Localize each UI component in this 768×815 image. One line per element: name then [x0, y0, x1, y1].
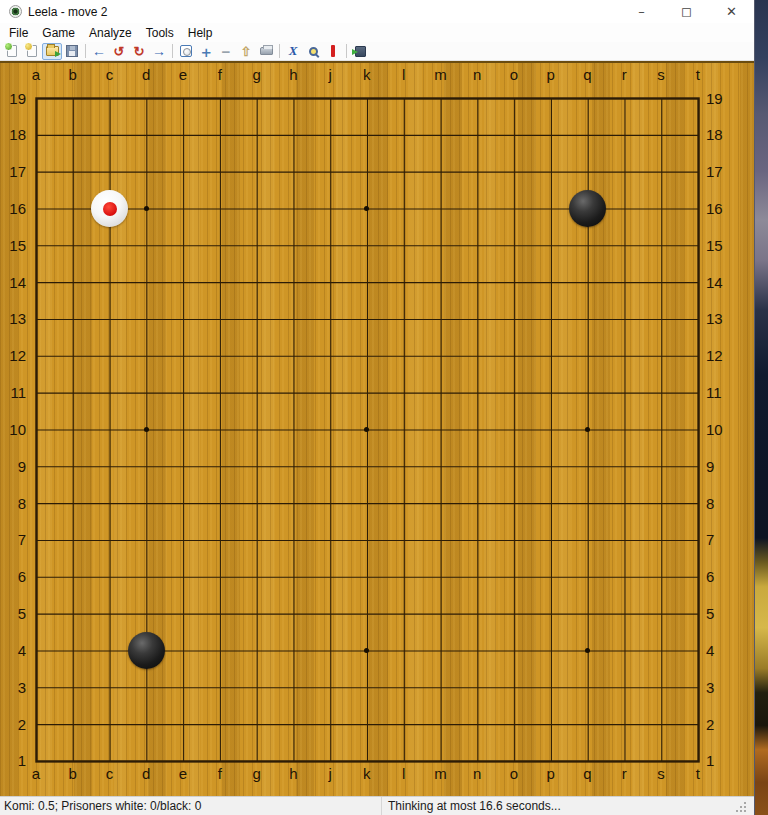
board-point-k7[interactable] [348, 522, 385, 559]
board-point-g2[interactable] [238, 706, 275, 743]
board-point-d18[interactable] [128, 116, 165, 153]
redo-move-button[interactable]: ↻ [129, 43, 149, 60]
board-point-e5[interactable] [165, 595, 202, 632]
board-point-j13[interactable] [312, 301, 349, 338]
board-point-s12[interactable] [643, 337, 680, 374]
board-point-m17[interactable] [422, 153, 459, 190]
board-point-g3[interactable] [238, 669, 275, 706]
board-point-e10[interactable] [165, 411, 202, 448]
board-point-j2[interactable] [312, 706, 349, 743]
board-point-a4[interactable] [18, 632, 55, 669]
board-point-a14[interactable] [18, 264, 55, 301]
board-point-r10[interactable] [606, 411, 643, 448]
board-point-l3[interactable] [385, 669, 422, 706]
board-point-e6[interactable] [165, 558, 202, 595]
board-point-h2[interactable] [275, 706, 312, 743]
board-point-r7[interactable] [606, 522, 643, 559]
board-point-k8[interactable] [348, 485, 385, 522]
board-point-f15[interactable] [201, 227, 238, 264]
board-point-n11[interactable] [459, 374, 496, 411]
board-point-g10[interactable] [238, 411, 275, 448]
board-point-a19[interactable] [18, 80, 55, 117]
board-point-e14[interactable] [165, 264, 202, 301]
board-point-k13[interactable] [348, 301, 385, 338]
board-point-e16[interactable] [165, 190, 202, 227]
board-point-f11[interactable] [201, 374, 238, 411]
board-point-p15[interactable] [532, 227, 569, 264]
board-point-o3[interactable] [496, 669, 533, 706]
board-point-f2[interactable] [201, 706, 238, 743]
board-point-s14[interactable] [643, 264, 680, 301]
analyze-button[interactable]: X [283, 43, 303, 60]
board-point-a3[interactable] [18, 669, 55, 706]
board-point-g7[interactable] [238, 522, 275, 559]
board-point-s17[interactable] [643, 153, 680, 190]
board-point-g17[interactable] [238, 153, 275, 190]
board-point-o17[interactable] [496, 153, 533, 190]
board-point-s19[interactable] [643, 80, 680, 117]
board-point-c1[interactable] [91, 743, 128, 780]
board-point-s15[interactable] [643, 227, 680, 264]
board-point-b11[interactable] [54, 374, 91, 411]
board-point-d17[interactable] [128, 153, 165, 190]
board-point-c8[interactable] [91, 485, 128, 522]
board-point-q17[interactable] [569, 153, 606, 190]
board-point-n2[interactable] [459, 706, 496, 743]
board-point-n12[interactable] [459, 337, 496, 374]
board-point-s16[interactable] [643, 190, 680, 227]
board-point-j3[interactable] [312, 669, 349, 706]
board-point-f1[interactable] [201, 743, 238, 780]
board-point-m19[interactable] [422, 80, 459, 117]
board-point-c15[interactable] [91, 227, 128, 264]
board-point-l12[interactable] [385, 337, 422, 374]
board-point-j5[interactable] [312, 595, 349, 632]
board-point-e17[interactable] [165, 153, 202, 190]
board-point-k3[interactable] [348, 669, 385, 706]
board-point-a1[interactable] [18, 743, 55, 780]
board-point-k12[interactable] [348, 337, 385, 374]
board-point-h9[interactable] [275, 448, 312, 485]
board-point-b13[interactable] [54, 301, 91, 338]
board-point-l9[interactable] [385, 448, 422, 485]
board-point-k4[interactable] [348, 632, 385, 669]
board-point-c16[interactable] [91, 190, 128, 227]
board-point-t18[interactable] [679, 116, 716, 153]
board-point-t4[interactable] [679, 632, 716, 669]
board-point-h8[interactable] [275, 485, 312, 522]
board-point-m14[interactable] [422, 264, 459, 301]
board-point-b1[interactable] [54, 743, 91, 780]
board-point-c10[interactable] [91, 411, 128, 448]
place-stone-button[interactable] [176, 43, 196, 60]
board-point-t3[interactable] [679, 669, 716, 706]
board-point-m15[interactable] [422, 227, 459, 264]
board-point-g18[interactable] [238, 116, 275, 153]
board-point-n10[interactable] [459, 411, 496, 448]
board-point-h19[interactable] [275, 80, 312, 117]
undo-move-button[interactable]: ↺ [109, 43, 129, 60]
resize-grip[interactable] [734, 800, 746, 812]
board-point-t14[interactable] [679, 264, 716, 301]
board-point-e15[interactable] [165, 227, 202, 264]
board-point-t15[interactable] [679, 227, 716, 264]
board-point-d7[interactable] [128, 522, 165, 559]
board-point-l14[interactable] [385, 264, 422, 301]
board-point-m8[interactable] [422, 485, 459, 522]
board-point-t1[interactable] [679, 743, 716, 780]
resign-button[interactable] [323, 43, 343, 60]
board-point-d3[interactable] [128, 669, 165, 706]
board-point-g14[interactable] [238, 264, 275, 301]
board-point-b12[interactable] [54, 337, 91, 374]
board-point-p12[interactable] [532, 337, 569, 374]
board-point-n1[interactable] [459, 743, 496, 780]
board-point-l5[interactable] [385, 595, 422, 632]
board-point-d1[interactable] [128, 743, 165, 780]
board-point-p4[interactable] [532, 632, 569, 669]
board-point-l1[interactable] [385, 743, 422, 780]
board-point-l4[interactable] [385, 632, 422, 669]
board-point-h3[interactable] [275, 669, 312, 706]
board-point-k14[interactable] [348, 264, 385, 301]
board-point-t5[interactable] [679, 595, 716, 632]
close-button[interactable]: ✕ [709, 0, 754, 23]
board-point-a10[interactable] [18, 411, 55, 448]
board-point-o5[interactable] [496, 595, 533, 632]
board-point-j17[interactable] [312, 153, 349, 190]
board-point-d9[interactable] [128, 448, 165, 485]
board-point-f13[interactable] [201, 301, 238, 338]
board-point-e3[interactable] [165, 669, 202, 706]
board-point-q13[interactable] [569, 301, 606, 338]
board-point-p3[interactable] [532, 669, 569, 706]
board-point-p13[interactable] [532, 301, 569, 338]
board-point-e19[interactable] [165, 80, 202, 117]
board-point-n17[interactable] [459, 153, 496, 190]
board-point-h16[interactable] [275, 190, 312, 227]
board-point-n13[interactable] [459, 301, 496, 338]
board-point-q18[interactable] [569, 116, 606, 153]
board-point-l2[interactable] [385, 706, 422, 743]
board-point-l17[interactable] [385, 153, 422, 190]
board-point-c7[interactable] [91, 522, 128, 559]
board-point-n8[interactable] [459, 485, 496, 522]
board-point-m3[interactable] [422, 669, 459, 706]
board-point-s10[interactable] [643, 411, 680, 448]
board-point-p2[interactable] [532, 706, 569, 743]
board-point-j9[interactable] [312, 448, 349, 485]
board-point-o19[interactable] [496, 80, 533, 117]
board-point-q2[interactable] [569, 706, 606, 743]
board-point-f4[interactable] [201, 632, 238, 669]
board-point-d12[interactable] [128, 337, 165, 374]
board-point-t7[interactable] [679, 522, 716, 559]
board-point-o2[interactable] [496, 706, 533, 743]
board-point-j12[interactable] [312, 337, 349, 374]
board-point-o15[interactable] [496, 227, 533, 264]
board-point-f9[interactable] [201, 448, 238, 485]
new-game-button[interactable] [2, 43, 22, 60]
board-point-e13[interactable] [165, 301, 202, 338]
board-point-g13[interactable] [238, 301, 275, 338]
board-point-f17[interactable] [201, 153, 238, 190]
board-point-e9[interactable] [165, 448, 202, 485]
board-point-j16[interactable] [312, 190, 349, 227]
board-point-l16[interactable] [385, 190, 422, 227]
board-point-h18[interactable] [275, 116, 312, 153]
menu-help[interactable]: Help [181, 24, 220, 42]
board-point-n3[interactable] [459, 669, 496, 706]
board-point-m9[interactable] [422, 448, 459, 485]
board-point-r5[interactable] [606, 595, 643, 632]
board-point-g1[interactable] [238, 743, 275, 780]
board-point-d13[interactable] [128, 301, 165, 338]
zoom-in-button[interactable]: ＋ [196, 43, 216, 60]
go-to-end-button[interactable]: → [149, 43, 169, 60]
board-point-a15[interactable] [18, 227, 55, 264]
board-point-c18[interactable] [91, 116, 128, 153]
menu-file[interactable]: File [2, 24, 35, 42]
board-point-q16[interactable] [569, 190, 606, 227]
board-point-g12[interactable] [238, 337, 275, 374]
board-point-j19[interactable] [312, 80, 349, 117]
board-point-r11[interactable] [606, 374, 643, 411]
board-point-e7[interactable] [165, 522, 202, 559]
board-point-t11[interactable] [679, 374, 716, 411]
board-point-d16[interactable] [128, 190, 165, 227]
board-point-h17[interactable] [275, 153, 312, 190]
board-point-h11[interactable] [275, 374, 312, 411]
board-point-b8[interactable] [54, 485, 91, 522]
board-point-k9[interactable] [348, 448, 385, 485]
board-point-g8[interactable] [238, 485, 275, 522]
board-point-q4[interactable] [569, 632, 606, 669]
score-button[interactable] [256, 43, 276, 60]
board-point-c5[interactable] [91, 595, 128, 632]
board-point-g16[interactable] [238, 190, 275, 227]
board-point-e1[interactable] [165, 743, 202, 780]
board-point-h6[interactable] [275, 558, 312, 595]
board-point-r8[interactable] [606, 485, 643, 522]
board-point-j18[interactable] [312, 116, 349, 153]
board-point-f19[interactable] [201, 80, 238, 117]
board-point-t13[interactable] [679, 301, 716, 338]
board-point-f8[interactable] [201, 485, 238, 522]
board-point-c3[interactable] [91, 669, 128, 706]
board-point-d19[interactable] [128, 80, 165, 117]
board-point-h1[interactable] [275, 743, 312, 780]
board-point-l18[interactable] [385, 116, 422, 153]
board-point-r13[interactable] [606, 301, 643, 338]
board-point-d8[interactable] [128, 485, 165, 522]
open-game-button[interactable] [42, 43, 62, 60]
board-point-p18[interactable] [532, 116, 569, 153]
board-point-t8[interactable] [679, 485, 716, 522]
board-point-q14[interactable] [569, 264, 606, 301]
board-point-k19[interactable] [348, 80, 385, 117]
engine-exit-button[interactable] [350, 43, 370, 60]
board-point-b6[interactable] [54, 558, 91, 595]
board-point-f10[interactable] [201, 411, 238, 448]
board-point-e11[interactable] [165, 374, 202, 411]
board-point-c19[interactable] [91, 80, 128, 117]
board-point-t17[interactable] [679, 153, 716, 190]
board-point-j8[interactable] [312, 485, 349, 522]
board-point-m1[interactable] [422, 743, 459, 780]
board-point-m7[interactable] [422, 522, 459, 559]
board-point-q6[interactable] [569, 558, 606, 595]
board-point-o7[interactable] [496, 522, 533, 559]
board-point-n6[interactable] [459, 558, 496, 595]
board-point-n9[interactable] [459, 448, 496, 485]
board-point-o4[interactable] [496, 632, 533, 669]
board-point-s18[interactable] [643, 116, 680, 153]
menu-game[interactable]: Game [35, 24, 82, 42]
board-point-k18[interactable] [348, 116, 385, 153]
board-point-c6[interactable] [91, 558, 128, 595]
board-point-c14[interactable] [91, 264, 128, 301]
board-point-a2[interactable] [18, 706, 55, 743]
board-point-q12[interactable] [569, 337, 606, 374]
board-point-m18[interactable] [422, 116, 459, 153]
board-point-a12[interactable] [18, 337, 55, 374]
board-point-g11[interactable] [238, 374, 275, 411]
board-point-a11[interactable] [18, 374, 55, 411]
board-point-q7[interactable] [569, 522, 606, 559]
board-point-q11[interactable] [569, 374, 606, 411]
board-point-m16[interactable] [422, 190, 459, 227]
board-point-s4[interactable] [643, 632, 680, 669]
board-point-m4[interactable] [422, 632, 459, 669]
board-point-a9[interactable] [18, 448, 55, 485]
board-point-f14[interactable] [201, 264, 238, 301]
board-point-k6[interactable] [348, 558, 385, 595]
board-point-h12[interactable] [275, 337, 312, 374]
board-point-k16[interactable] [348, 190, 385, 227]
board-point-c4[interactable] [91, 632, 128, 669]
board-point-d2[interactable] [128, 706, 165, 743]
board-point-p17[interactable] [532, 153, 569, 190]
board-point-m2[interactable] [422, 706, 459, 743]
board-point-m12[interactable] [422, 337, 459, 374]
board-point-a6[interactable] [18, 558, 55, 595]
board-point-a13[interactable] [18, 301, 55, 338]
board-point-g19[interactable] [238, 80, 275, 117]
board-point-q3[interactable] [569, 669, 606, 706]
board-point-k17[interactable] [348, 153, 385, 190]
board-point-q10[interactable] [569, 411, 606, 448]
board-point-b15[interactable] [54, 227, 91, 264]
board-point-k11[interactable] [348, 374, 385, 411]
board-point-m10[interactable] [422, 411, 459, 448]
board-point-c13[interactable] [91, 301, 128, 338]
board-point-b19[interactable] [54, 80, 91, 117]
board-point-l13[interactable] [385, 301, 422, 338]
board-point-o8[interactable] [496, 485, 533, 522]
board-point-d5[interactable] [128, 595, 165, 632]
board-point-o16[interactable] [496, 190, 533, 227]
board-point-d10[interactable] [128, 411, 165, 448]
board-point-f6[interactable] [201, 558, 238, 595]
board-point-o11[interactable] [496, 374, 533, 411]
board-point-b3[interactable] [54, 669, 91, 706]
board-point-r1[interactable] [606, 743, 643, 780]
board-point-f5[interactable] [201, 595, 238, 632]
board-point-b4[interactable] [54, 632, 91, 669]
board-point-b18[interactable] [54, 116, 91, 153]
board-point-k5[interactable] [348, 595, 385, 632]
board-point-q19[interactable] [569, 80, 606, 117]
board-point-n16[interactable] [459, 190, 496, 227]
board-point-o9[interactable] [496, 448, 533, 485]
board-point-j6[interactable] [312, 558, 349, 595]
go-to-start-button[interactable]: ← [89, 43, 109, 60]
board-point-b2[interactable] [54, 706, 91, 743]
board-point-o12[interactable] [496, 337, 533, 374]
board-point-e4[interactable] [165, 632, 202, 669]
board-point-r3[interactable] [606, 669, 643, 706]
board-point-h7[interactable] [275, 522, 312, 559]
board-point-p7[interactable] [532, 522, 569, 559]
board-point-t16[interactable] [679, 190, 716, 227]
board-point-s1[interactable] [643, 743, 680, 780]
board-point-m6[interactable] [422, 558, 459, 595]
board-point-j10[interactable] [312, 411, 349, 448]
board-point-t6[interactable] [679, 558, 716, 595]
board-point-o6[interactable] [496, 558, 533, 595]
board-point-f7[interactable] [201, 522, 238, 559]
board-point-n4[interactable] [459, 632, 496, 669]
board-point-p8[interactable] [532, 485, 569, 522]
board-point-d15[interactable] [128, 227, 165, 264]
board-point-p16[interactable] [532, 190, 569, 227]
board-point-r16[interactable] [606, 190, 643, 227]
board-point-r9[interactable] [606, 448, 643, 485]
board-point-c11[interactable] [91, 374, 128, 411]
board-point-h4[interactable] [275, 632, 312, 669]
board-point-t9[interactable] [679, 448, 716, 485]
board-point-q1[interactable] [569, 743, 606, 780]
board-point-p5[interactable] [532, 595, 569, 632]
board-point-k1[interactable] [348, 743, 385, 780]
board-point-a8[interactable] [18, 485, 55, 522]
board-point-p10[interactable] [532, 411, 569, 448]
new-rated-game-button[interactable] [22, 43, 42, 60]
board-point-l6[interactable] [385, 558, 422, 595]
board-point-l15[interactable] [385, 227, 422, 264]
board-point-s13[interactable] [643, 301, 680, 338]
board-point-e12[interactable] [165, 337, 202, 374]
board-point-c12[interactable] [91, 337, 128, 374]
board-point-n7[interactable] [459, 522, 496, 559]
board-point-s11[interactable] [643, 374, 680, 411]
board-point-g4[interactable] [238, 632, 275, 669]
board-point-g15[interactable] [238, 227, 275, 264]
board-point-p14[interactable] [532, 264, 569, 301]
menu-tools[interactable]: Tools [139, 24, 181, 42]
board-point-a7[interactable] [18, 522, 55, 559]
board-point-n18[interactable] [459, 116, 496, 153]
board-point-s9[interactable] [643, 448, 680, 485]
board-point-n19[interactable] [459, 80, 496, 117]
board-point-s7[interactable] [643, 522, 680, 559]
board-point-c17[interactable] [91, 153, 128, 190]
board-point-h14[interactable] [275, 264, 312, 301]
board-point-s8[interactable] [643, 485, 680, 522]
board-point-o10[interactable] [496, 411, 533, 448]
board-point-c2[interactable] [91, 706, 128, 743]
